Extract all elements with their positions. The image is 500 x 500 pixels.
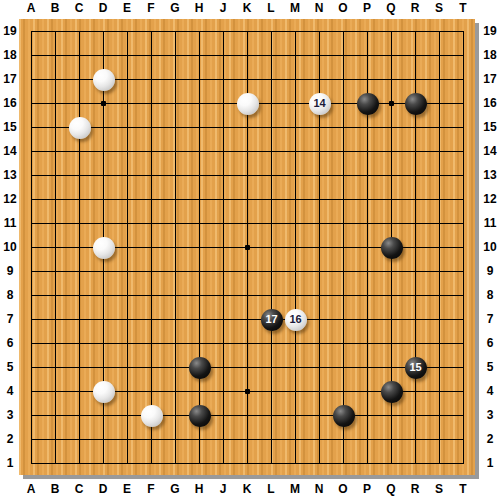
cell-H16[interactable] <box>188 92 212 116</box>
cell-P14[interactable] <box>356 140 380 164</box>
cell-H13[interactable] <box>188 164 212 188</box>
cell-N12[interactable] <box>308 188 332 212</box>
cell-L13[interactable] <box>260 164 284 188</box>
cell-K16[interactable] <box>236 92 260 116</box>
cell-J16[interactable] <box>212 92 236 116</box>
cell-J2[interactable] <box>212 428 236 452</box>
cell-G1[interactable] <box>164 452 188 476</box>
cell-H17[interactable] <box>188 68 212 92</box>
cell-E18[interactable] <box>116 44 140 68</box>
cell-F19[interactable] <box>140 20 164 44</box>
cell-J9[interactable] <box>212 260 236 284</box>
cell-P11[interactable] <box>356 212 380 236</box>
cell-K13[interactable] <box>236 164 260 188</box>
cell-N14[interactable] <box>308 140 332 164</box>
cell-M4[interactable] <box>284 380 308 404</box>
cell-R14[interactable] <box>404 140 428 164</box>
cell-G17[interactable] <box>164 68 188 92</box>
cell-Q6[interactable] <box>380 332 404 356</box>
cell-D9[interactable] <box>92 260 116 284</box>
cell-C4[interactable] <box>68 380 92 404</box>
cell-T17[interactable] <box>452 68 476 92</box>
cell-Q19[interactable] <box>380 20 404 44</box>
cell-H6[interactable] <box>188 332 212 356</box>
cell-L16[interactable] <box>260 92 284 116</box>
cell-J1[interactable] <box>212 452 236 476</box>
cell-T14[interactable] <box>452 140 476 164</box>
cell-R17[interactable] <box>404 68 428 92</box>
cell-C10[interactable] <box>68 236 92 260</box>
cell-A12[interactable] <box>20 188 44 212</box>
cell-M18[interactable] <box>284 44 308 68</box>
cell-A19[interactable] <box>20 20 44 44</box>
cell-D6[interactable] <box>92 332 116 356</box>
cell-B4[interactable] <box>44 380 68 404</box>
cell-L2[interactable] <box>260 428 284 452</box>
cell-F18[interactable] <box>140 44 164 68</box>
cell-S15[interactable] <box>428 116 452 140</box>
cell-N9[interactable] <box>308 260 332 284</box>
cell-P18[interactable] <box>356 44 380 68</box>
cell-H9[interactable] <box>188 260 212 284</box>
cell-O10[interactable] <box>332 236 356 260</box>
cell-A15[interactable] <box>20 116 44 140</box>
cell-L3[interactable] <box>260 404 284 428</box>
cell-R13[interactable] <box>404 164 428 188</box>
cell-P15[interactable] <box>356 116 380 140</box>
cell-L8[interactable] <box>260 284 284 308</box>
cell-Q2[interactable] <box>380 428 404 452</box>
cell-K10[interactable] <box>236 236 260 260</box>
cell-B5[interactable] <box>44 356 68 380</box>
cell-A3[interactable] <box>20 404 44 428</box>
cell-A8[interactable] <box>20 284 44 308</box>
cell-T13[interactable] <box>452 164 476 188</box>
cell-T16[interactable] <box>452 92 476 116</box>
cell-H11[interactable] <box>188 212 212 236</box>
cell-B8[interactable] <box>44 284 68 308</box>
cell-C17[interactable] <box>68 68 92 92</box>
cell-J4[interactable] <box>212 380 236 404</box>
cell-F4[interactable] <box>140 380 164 404</box>
cell-M11[interactable] <box>284 212 308 236</box>
cell-C9[interactable] <box>68 260 92 284</box>
cell-M3[interactable] <box>284 404 308 428</box>
cell-E1[interactable] <box>116 452 140 476</box>
cell-R6[interactable] <box>404 332 428 356</box>
cell-S4[interactable] <box>428 380 452 404</box>
cell-B11[interactable] <box>44 212 68 236</box>
cell-E7[interactable] <box>116 308 140 332</box>
cell-J3[interactable] <box>212 404 236 428</box>
cell-H19[interactable] <box>188 20 212 44</box>
cell-N17[interactable] <box>308 68 332 92</box>
cell-D1[interactable] <box>92 452 116 476</box>
cell-J18[interactable] <box>212 44 236 68</box>
cell-P13[interactable] <box>356 164 380 188</box>
cell-J13[interactable] <box>212 164 236 188</box>
cell-T2[interactable] <box>452 428 476 452</box>
cell-K19[interactable] <box>236 20 260 44</box>
cell-T19[interactable] <box>452 20 476 44</box>
cell-K15[interactable] <box>236 116 260 140</box>
cell-E3[interactable] <box>116 404 140 428</box>
cell-Q1[interactable] <box>380 452 404 476</box>
cell-R10[interactable] <box>404 236 428 260</box>
cell-S14[interactable] <box>428 140 452 164</box>
cell-S12[interactable] <box>428 188 452 212</box>
cell-O3[interactable] <box>332 404 356 428</box>
cell-T12[interactable] <box>452 188 476 212</box>
cell-D15[interactable] <box>92 116 116 140</box>
cell-R5[interactable]: 15 <box>404 356 428 380</box>
cell-L10[interactable] <box>260 236 284 260</box>
cell-L5[interactable] <box>260 356 284 380</box>
cell-C11[interactable] <box>68 212 92 236</box>
cell-C14[interactable] <box>68 140 92 164</box>
cell-R2[interactable] <box>404 428 428 452</box>
cell-M15[interactable] <box>284 116 308 140</box>
cell-A16[interactable] <box>20 92 44 116</box>
cell-N19[interactable] <box>308 20 332 44</box>
cell-E4[interactable] <box>116 380 140 404</box>
cell-T11[interactable] <box>452 212 476 236</box>
cell-B12[interactable] <box>44 188 68 212</box>
cell-Q7[interactable] <box>380 308 404 332</box>
cell-K11[interactable] <box>236 212 260 236</box>
cell-N1[interactable] <box>308 452 332 476</box>
cell-Q10[interactable] <box>380 236 404 260</box>
cell-F17[interactable] <box>140 68 164 92</box>
cell-A2[interactable] <box>20 428 44 452</box>
cell-O11[interactable] <box>332 212 356 236</box>
cell-S7[interactable] <box>428 308 452 332</box>
cell-H14[interactable] <box>188 140 212 164</box>
cell-K2[interactable] <box>236 428 260 452</box>
cell-B2[interactable] <box>44 428 68 452</box>
cell-P2[interactable] <box>356 428 380 452</box>
cell-M14[interactable] <box>284 140 308 164</box>
cell-P5[interactable] <box>356 356 380 380</box>
cell-N18[interactable] <box>308 44 332 68</box>
cell-G2[interactable] <box>164 428 188 452</box>
cell-P6[interactable] <box>356 332 380 356</box>
cell-L17[interactable] <box>260 68 284 92</box>
cell-S2[interactable] <box>428 428 452 452</box>
cell-S6[interactable] <box>428 332 452 356</box>
cell-C7[interactable] <box>68 308 92 332</box>
cell-J12[interactable] <box>212 188 236 212</box>
cell-S9[interactable] <box>428 260 452 284</box>
cell-Q13[interactable] <box>380 164 404 188</box>
cell-N3[interactable] <box>308 404 332 428</box>
cell-G13[interactable] <box>164 164 188 188</box>
cell-L1[interactable] <box>260 452 284 476</box>
cell-S3[interactable] <box>428 404 452 428</box>
cell-O1[interactable] <box>332 452 356 476</box>
cell-F1[interactable] <box>140 452 164 476</box>
cell-P8[interactable] <box>356 284 380 308</box>
cell-P4[interactable] <box>356 380 380 404</box>
cell-Q15[interactable] <box>380 116 404 140</box>
cell-J19[interactable] <box>212 20 236 44</box>
cell-D14[interactable] <box>92 140 116 164</box>
cell-J10[interactable] <box>212 236 236 260</box>
cell-H5[interactable] <box>188 356 212 380</box>
cell-O12[interactable] <box>332 188 356 212</box>
cell-H4[interactable] <box>188 380 212 404</box>
cell-B9[interactable] <box>44 260 68 284</box>
cell-C19[interactable] <box>68 20 92 44</box>
cell-K6[interactable] <box>236 332 260 356</box>
cell-N5[interactable] <box>308 356 332 380</box>
cell-P3[interactable] <box>356 404 380 428</box>
cell-B19[interactable] <box>44 20 68 44</box>
cell-R16[interactable] <box>404 92 428 116</box>
cell-G10[interactable] <box>164 236 188 260</box>
cell-Q16[interactable] <box>380 92 404 116</box>
cell-F2[interactable] <box>140 428 164 452</box>
cell-E2[interactable] <box>116 428 140 452</box>
cell-F12[interactable] <box>140 188 164 212</box>
cell-H3[interactable] <box>188 404 212 428</box>
cell-S16[interactable] <box>428 92 452 116</box>
cell-T4[interactable] <box>452 380 476 404</box>
cell-O16[interactable] <box>332 92 356 116</box>
cell-M7[interactable]: 16 <box>284 308 308 332</box>
cell-N6[interactable] <box>308 332 332 356</box>
cell-H12[interactable] <box>188 188 212 212</box>
cell-B13[interactable] <box>44 164 68 188</box>
cell-L19[interactable] <box>260 20 284 44</box>
cell-H7[interactable] <box>188 308 212 332</box>
cell-J14[interactable] <box>212 140 236 164</box>
cell-M19[interactable] <box>284 20 308 44</box>
cell-E8[interactable] <box>116 284 140 308</box>
cell-O5[interactable] <box>332 356 356 380</box>
cell-D3[interactable] <box>92 404 116 428</box>
cell-F7[interactable] <box>140 308 164 332</box>
cell-B15[interactable] <box>44 116 68 140</box>
cell-K14[interactable] <box>236 140 260 164</box>
cell-M6[interactable] <box>284 332 308 356</box>
cell-A9[interactable] <box>20 260 44 284</box>
cell-J8[interactable] <box>212 284 236 308</box>
cell-O17[interactable] <box>332 68 356 92</box>
cell-D19[interactable] <box>92 20 116 44</box>
cell-T1[interactable] <box>452 452 476 476</box>
cell-E5[interactable] <box>116 356 140 380</box>
cell-T7[interactable] <box>452 308 476 332</box>
cell-R8[interactable] <box>404 284 428 308</box>
cell-C16[interactable] <box>68 92 92 116</box>
cell-Q9[interactable] <box>380 260 404 284</box>
cell-D2[interactable] <box>92 428 116 452</box>
cell-S19[interactable] <box>428 20 452 44</box>
cell-C15[interactable] <box>68 116 92 140</box>
cell-K9[interactable] <box>236 260 260 284</box>
cell-N15[interactable] <box>308 116 332 140</box>
cell-L18[interactable] <box>260 44 284 68</box>
cell-Q11[interactable] <box>380 212 404 236</box>
cell-J15[interactable] <box>212 116 236 140</box>
cell-E13[interactable] <box>116 164 140 188</box>
cell-G18[interactable] <box>164 44 188 68</box>
cell-F16[interactable] <box>140 92 164 116</box>
cell-K3[interactable] <box>236 404 260 428</box>
cell-E16[interactable] <box>116 92 140 116</box>
cell-K8[interactable] <box>236 284 260 308</box>
cell-F3[interactable] <box>140 404 164 428</box>
cell-L7[interactable]: 17 <box>260 308 284 332</box>
cell-O8[interactable] <box>332 284 356 308</box>
cell-O15[interactable] <box>332 116 356 140</box>
cell-A5[interactable] <box>20 356 44 380</box>
cell-T10[interactable] <box>452 236 476 260</box>
cell-C12[interactable] <box>68 188 92 212</box>
cell-H1[interactable] <box>188 452 212 476</box>
cell-P7[interactable] <box>356 308 380 332</box>
cell-R1[interactable] <box>404 452 428 476</box>
cell-B10[interactable] <box>44 236 68 260</box>
cell-Q14[interactable] <box>380 140 404 164</box>
cell-T5[interactable] <box>452 356 476 380</box>
cell-P19[interactable] <box>356 20 380 44</box>
cell-S10[interactable] <box>428 236 452 260</box>
cell-F15[interactable] <box>140 116 164 140</box>
cell-Q5[interactable] <box>380 356 404 380</box>
cell-P1[interactable] <box>356 452 380 476</box>
cell-D16[interactable] <box>92 92 116 116</box>
cell-L6[interactable] <box>260 332 284 356</box>
cell-D12[interactable] <box>92 188 116 212</box>
cell-H2[interactable] <box>188 428 212 452</box>
cell-B6[interactable] <box>44 332 68 356</box>
cell-O7[interactable] <box>332 308 356 332</box>
cell-B16[interactable] <box>44 92 68 116</box>
cell-Q3[interactable] <box>380 404 404 428</box>
cell-G14[interactable] <box>164 140 188 164</box>
cell-B3[interactable] <box>44 404 68 428</box>
cell-O4[interactable] <box>332 380 356 404</box>
cell-A7[interactable] <box>20 308 44 332</box>
cell-F13[interactable] <box>140 164 164 188</box>
cell-G8[interactable] <box>164 284 188 308</box>
cell-T15[interactable] <box>452 116 476 140</box>
cell-J6[interactable] <box>212 332 236 356</box>
cell-F6[interactable] <box>140 332 164 356</box>
cell-J11[interactable] <box>212 212 236 236</box>
cell-E14[interactable] <box>116 140 140 164</box>
cell-T6[interactable] <box>452 332 476 356</box>
cell-O19[interactable] <box>332 20 356 44</box>
cell-R19[interactable] <box>404 20 428 44</box>
cell-L4[interactable] <box>260 380 284 404</box>
cell-A11[interactable] <box>20 212 44 236</box>
cell-G12[interactable] <box>164 188 188 212</box>
cell-R9[interactable] <box>404 260 428 284</box>
cell-K1[interactable] <box>236 452 260 476</box>
cell-D17[interactable] <box>92 68 116 92</box>
cell-G15[interactable] <box>164 116 188 140</box>
cell-N16[interactable]: 14 <box>308 92 332 116</box>
cell-F5[interactable] <box>140 356 164 380</box>
cell-O18[interactable] <box>332 44 356 68</box>
cell-M17[interactable] <box>284 68 308 92</box>
cell-R15[interactable] <box>404 116 428 140</box>
cell-G6[interactable] <box>164 332 188 356</box>
cell-B14[interactable] <box>44 140 68 164</box>
cell-K12[interactable] <box>236 188 260 212</box>
cell-O14[interactable] <box>332 140 356 164</box>
cell-G11[interactable] <box>164 212 188 236</box>
cell-S1[interactable] <box>428 452 452 476</box>
cell-J7[interactable] <box>212 308 236 332</box>
cell-T18[interactable] <box>452 44 476 68</box>
cell-P10[interactable] <box>356 236 380 260</box>
cell-D7[interactable] <box>92 308 116 332</box>
cell-C5[interactable] <box>68 356 92 380</box>
cell-P9[interactable] <box>356 260 380 284</box>
cell-S13[interactable] <box>428 164 452 188</box>
cell-H15[interactable] <box>188 116 212 140</box>
cell-S18[interactable] <box>428 44 452 68</box>
cell-S17[interactable] <box>428 68 452 92</box>
cell-Q18[interactable] <box>380 44 404 68</box>
cell-R3[interactable] <box>404 404 428 428</box>
cell-M8[interactable] <box>284 284 308 308</box>
cell-R18[interactable] <box>404 44 428 68</box>
cell-D8[interactable] <box>92 284 116 308</box>
cell-C1[interactable] <box>68 452 92 476</box>
cell-F10[interactable] <box>140 236 164 260</box>
cell-N10[interactable] <box>308 236 332 260</box>
cell-M1[interactable] <box>284 452 308 476</box>
cell-T9[interactable] <box>452 260 476 284</box>
cell-N7[interactable] <box>308 308 332 332</box>
cell-D18[interactable] <box>92 44 116 68</box>
cell-A14[interactable] <box>20 140 44 164</box>
cell-C2[interactable] <box>68 428 92 452</box>
cell-A6[interactable] <box>20 332 44 356</box>
cell-G16[interactable] <box>164 92 188 116</box>
cell-G19[interactable] <box>164 20 188 44</box>
cell-Q17[interactable] <box>380 68 404 92</box>
cell-G3[interactable] <box>164 404 188 428</box>
cell-A1[interactable] <box>20 452 44 476</box>
cell-C13[interactable] <box>68 164 92 188</box>
cell-T8[interactable] <box>452 284 476 308</box>
cell-L12[interactable] <box>260 188 284 212</box>
cell-N11[interactable] <box>308 212 332 236</box>
cell-M5[interactable] <box>284 356 308 380</box>
cell-M16[interactable] <box>284 92 308 116</box>
cell-H8[interactable] <box>188 284 212 308</box>
cell-L14[interactable] <box>260 140 284 164</box>
cell-D4[interactable] <box>92 380 116 404</box>
cell-N13[interactable] <box>308 164 332 188</box>
cell-A18[interactable] <box>20 44 44 68</box>
cell-M2[interactable] <box>284 428 308 452</box>
cell-F8[interactable] <box>140 284 164 308</box>
cell-O2[interactable] <box>332 428 356 452</box>
cell-D11[interactable] <box>92 212 116 236</box>
cell-R11[interactable] <box>404 212 428 236</box>
cell-G7[interactable] <box>164 308 188 332</box>
cell-K17[interactable] <box>236 68 260 92</box>
cell-C18[interactable] <box>68 44 92 68</box>
cell-F14[interactable] <box>140 140 164 164</box>
